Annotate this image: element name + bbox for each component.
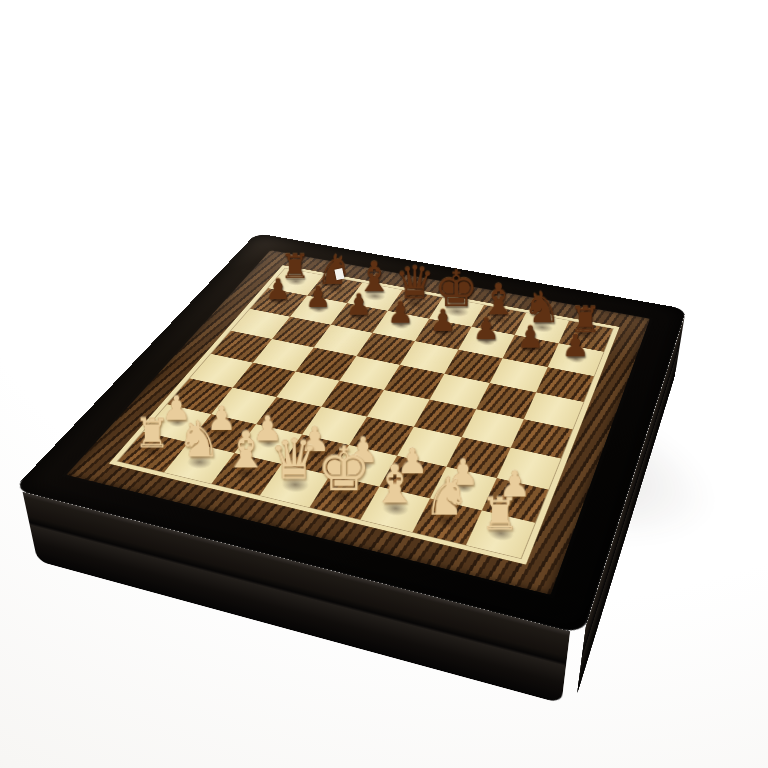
- piece-stand: ♟: [443, 306, 470, 334]
- white-queen-glyph: ♛: [270, 434, 320, 487]
- black-pawn-glyph: ♟: [562, 331, 590, 360]
- black-pawn-glyph: ♟: [305, 283, 331, 311]
- piece-stand: ♟: [318, 283, 344, 311]
- chess-case: ♜♞♝♛♚♝♞♜♟♟♟♟♟♟♟♟♟♟♟♟♟♟♟♟♜♞♝♛♚♝♞♜: [13, 233, 686, 634]
- black-pawn-glyph: ♟: [430, 306, 457, 334]
- piece-stand: ♟: [359, 291, 385, 319]
- piece-stand: ♟: [278, 276, 304, 303]
- white-rook-glyph: ♜: [480, 493, 520, 535]
- product-photo-scene: ♜♞♝♛♚♝♞♜♟♟♟♟♟♟♟♟♟♟♟♟♟♟♟♟♜♞♝♛♚♝♞♜: [0, 0, 768, 768]
- white-knight-glyph: ♞: [423, 472, 471, 522]
- black-pawn-glyph: ♟: [265, 276, 291, 303]
- black-pawn-glyph: ♟: [473, 314, 500, 343]
- black-pawn-glyph: ♟: [387, 298, 414, 326]
- piece-stand: ♜: [500, 493, 540, 535]
- white-bishop-glyph: ♝: [223, 427, 268, 475]
- piece-stand: ♟: [401, 298, 428, 326]
- piece-stand: ♟: [576, 331, 604, 360]
- piece-stand: ♟: [530, 323, 557, 352]
- piece-stand: ♟: [486, 314, 513, 343]
- white-rook-glyph: ♜: [134, 414, 171, 453]
- white-bishop-glyph: ♝: [371, 461, 418, 511]
- white-king-glyph: ♚: [317, 441, 371, 499]
- white-knight-glyph: ♞: [176, 416, 221, 463]
- black-pawn-glyph: ♟: [517, 323, 544, 352]
- black-pawn-glyph: ♟: [346, 291, 372, 319]
